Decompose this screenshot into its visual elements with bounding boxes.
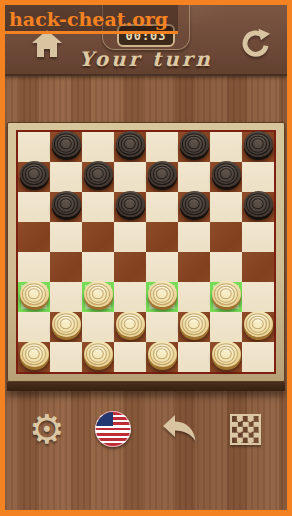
- flag-canton: [96, 412, 113, 426]
- board-grid: [18, 132, 274, 372]
- square-d6[interactable]: [114, 192, 146, 222]
- checker-light[interactable]: [212, 281, 241, 307]
- square-a1[interactable]: [18, 342, 50, 372]
- square-h4[interactable]: [242, 252, 274, 282]
- square-a2: [18, 312, 50, 342]
- language-button[interactable]: [93, 407, 133, 451]
- square-a6: [18, 192, 50, 222]
- square-h5: [242, 222, 274, 252]
- square-d2[interactable]: [114, 312, 146, 342]
- square-g2: [210, 312, 242, 342]
- checker-light[interactable]: [180, 311, 209, 337]
- checker-light[interactable]: [84, 341, 113, 367]
- gear-icon: ⚙: [29, 409, 65, 449]
- checker-dark[interactable]: [180, 131, 209, 157]
- square-b1: [50, 342, 82, 372]
- square-e7[interactable]: [146, 162, 178, 192]
- square-d4[interactable]: [114, 252, 146, 282]
- checkers-app: 00:03 Your turn hack-cheat.org ⚙: [0, 0, 292, 516]
- square-c1[interactable]: [82, 342, 114, 372]
- square-a3[interactable]: [18, 282, 50, 312]
- checker-dark[interactable]: [244, 131, 273, 157]
- checker-light[interactable]: [244, 311, 273, 337]
- square-e4: [146, 252, 178, 282]
- board-shelf-shadow: [7, 382, 285, 391]
- square-h7: [242, 162, 274, 192]
- checker-dark[interactable]: [180, 191, 209, 217]
- square-h6[interactable]: [242, 192, 274, 222]
- square-g7[interactable]: [210, 162, 242, 192]
- square-d3: [114, 282, 146, 312]
- square-c8: [82, 132, 114, 162]
- checker-light[interactable]: [212, 341, 241, 367]
- square-a8: [18, 132, 50, 162]
- square-a7[interactable]: [18, 162, 50, 192]
- square-d1: [114, 342, 146, 372]
- square-g5[interactable]: [210, 222, 242, 252]
- square-c2: [82, 312, 114, 342]
- square-a5[interactable]: [18, 222, 50, 252]
- board-theme-button[interactable]: [225, 407, 265, 451]
- checker-dark[interactable]: [244, 191, 273, 217]
- square-c5[interactable]: [82, 222, 114, 252]
- square-c7[interactable]: [82, 162, 114, 192]
- square-g4: [210, 252, 242, 282]
- square-g1[interactable]: [210, 342, 242, 372]
- square-c4: [82, 252, 114, 282]
- square-h3: [242, 282, 274, 312]
- square-b8[interactable]: [50, 132, 82, 162]
- checkerboard-icon: [230, 414, 261, 445]
- checker-dark[interactable]: [84, 161, 113, 187]
- square-f3: [178, 282, 210, 312]
- undo-arrow-icon: [160, 409, 198, 449]
- square-f2[interactable]: [178, 312, 210, 342]
- checker-light[interactable]: [20, 341, 49, 367]
- square-b5: [50, 222, 82, 252]
- square-d7: [114, 162, 146, 192]
- square-d8[interactable]: [114, 132, 146, 162]
- square-b3: [50, 282, 82, 312]
- checker-light[interactable]: [116, 311, 145, 337]
- checker-dark[interactable]: [212, 161, 241, 187]
- square-e1[interactable]: [146, 342, 178, 372]
- square-h2[interactable]: [242, 312, 274, 342]
- checker-dark[interactable]: [116, 191, 145, 217]
- checker-light[interactable]: [20, 281, 49, 307]
- square-b4[interactable]: [50, 252, 82, 282]
- square-c6: [82, 192, 114, 222]
- square-f5: [178, 222, 210, 252]
- square-g6: [210, 192, 242, 222]
- checker-dark[interactable]: [148, 161, 177, 187]
- square-f1: [178, 342, 210, 372]
- checker-dark[interactable]: [20, 161, 49, 187]
- square-e8: [146, 132, 178, 162]
- checker-light[interactable]: [52, 311, 81, 337]
- turn-status-text: Your turn: [5, 47, 287, 71]
- bottom-toolbar: ⚙: [5, 403, 287, 455]
- undo-button[interactable]: [159, 407, 199, 451]
- checker-dark[interactable]: [52, 131, 81, 157]
- checker-dark[interactable]: [52, 191, 81, 217]
- settings-button[interactable]: ⚙: [27, 407, 67, 451]
- checker-light[interactable]: [148, 281, 177, 307]
- square-b2[interactable]: [50, 312, 82, 342]
- checker-light[interactable]: [84, 281, 113, 307]
- square-e2: [146, 312, 178, 342]
- square-e5[interactable]: [146, 222, 178, 252]
- square-a4: [18, 252, 50, 282]
- square-h8[interactable]: [242, 132, 274, 162]
- square-g8: [210, 132, 242, 162]
- square-f8[interactable]: [178, 132, 210, 162]
- square-c3[interactable]: [82, 282, 114, 312]
- square-d5: [114, 222, 146, 252]
- square-b6[interactable]: [50, 192, 82, 222]
- checkers-board: [7, 122, 285, 382]
- square-e3[interactable]: [146, 282, 178, 312]
- checker-dark[interactable]: [116, 131, 145, 157]
- square-e6: [146, 192, 178, 222]
- square-f4[interactable]: [178, 252, 210, 282]
- us-flag-icon: [95, 411, 131, 447]
- square-f7: [178, 162, 210, 192]
- square-b7: [50, 162, 82, 192]
- square-g3[interactable]: [210, 282, 242, 312]
- square-h1: [242, 342, 274, 372]
- watermark-banner: hack-cheat.org: [5, 5, 178, 34]
- checker-light[interactable]: [148, 341, 177, 367]
- square-f6[interactable]: [178, 192, 210, 222]
